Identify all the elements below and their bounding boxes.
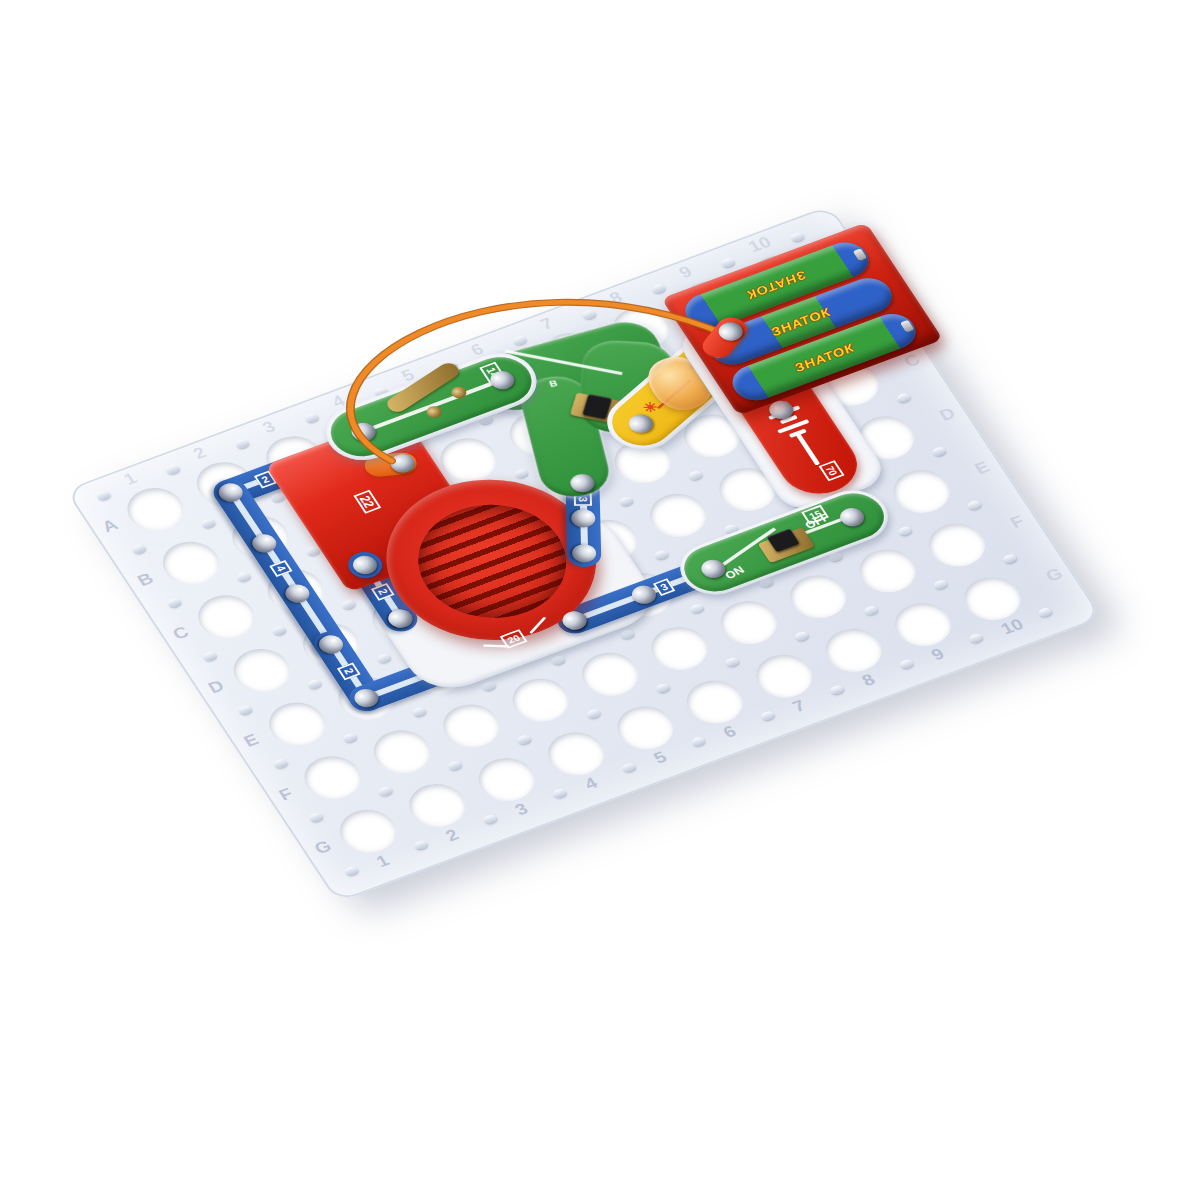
product-photo-scene: AABBCCDDEEFFGG1122334455667788991010 2 4… [0, 0, 1200, 1200]
snap-rivet [281, 581, 313, 605]
snap-rivet [349, 553, 381, 577]
snap-rivet [389, 453, 416, 474]
music-ic-label: 22 [353, 490, 381, 514]
snap-rivet [248, 531, 280, 555]
snap-mount [342, 548, 388, 583]
snap-rivet [571, 509, 595, 527]
snap-rivet [215, 480, 247, 504]
wire-label: 2 [337, 663, 361, 680]
snap-rivet [315, 632, 347, 656]
battery-holder-label: 70 [819, 460, 845, 481]
snap-rivet [558, 608, 590, 632]
snap-circuit-pegboard: AABBCCDDEEFFGG1122334455667788991010 2 4… [65, 205, 1102, 903]
snap-rivet [572, 544, 596, 562]
snap-rivet [384, 606, 416, 630]
snap-rivet [350, 686, 382, 710]
wire-label: 4 [269, 560, 293, 577]
